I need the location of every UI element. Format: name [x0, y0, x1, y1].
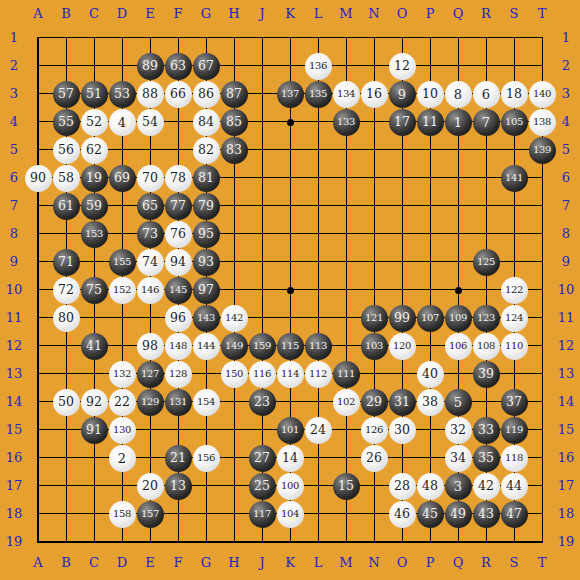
move-number: 119	[505, 425, 523, 435]
stone-G16: 156	[193, 445, 220, 472]
move-number: 89	[142, 60, 158, 73]
move-number: 59	[86, 200, 102, 213]
move-number: 81	[198, 172, 214, 185]
coord-label-top-H: H	[220, 7, 248, 21]
stone-F8: 76	[165, 221, 192, 248]
move-number: 94	[170, 256, 186, 269]
move-number: 106	[449, 341, 467, 351]
coord-label-top-S: S	[500, 7, 528, 21]
move-number: 7	[482, 116, 490, 129]
move-number: 85	[226, 116, 242, 129]
stone-N3: 16	[361, 81, 388, 108]
coord-label-right-16: 16	[552, 451, 580, 465]
coord-label-right-18: 18	[552, 507, 580, 521]
move-number: 49	[450, 508, 466, 521]
move-number: 69	[114, 172, 130, 185]
coord-label-bottom-G: G	[192, 556, 220, 570]
stone-R15: 33	[473, 417, 500, 444]
coord-label-top-B: B	[52, 7, 80, 21]
coord-label-top-C: C	[80, 7, 108, 21]
move-number: 156	[197, 453, 215, 463]
coord-label-right-15: 15	[552, 423, 580, 437]
move-number: 140	[533, 89, 551, 99]
move-number: 70	[142, 172, 158, 185]
stone-D14: 22	[109, 389, 136, 416]
stone-F17: 13	[165, 473, 192, 500]
stone-R12: 108	[473, 333, 500, 360]
stone-G7: 79	[193, 193, 220, 220]
stone-G9: 93	[193, 249, 220, 276]
move-number: 93	[198, 256, 214, 269]
move-number: 137	[281, 89, 299, 99]
stone-D9: 155	[109, 249, 136, 276]
move-number: 122	[505, 285, 523, 295]
stone-M3: 134	[333, 81, 360, 108]
move-number: 91	[86, 424, 102, 437]
move-number: 28	[394, 480, 410, 493]
stone-P11: 107	[417, 305, 444, 332]
move-number: 47	[506, 508, 522, 521]
coord-label-bottom-T: T	[528, 556, 556, 570]
move-number: 33	[478, 424, 494, 437]
stone-Q3: 8	[445, 81, 472, 108]
stone-G3: 86	[193, 81, 220, 108]
move-number: 50	[58, 396, 74, 409]
stone-B6: 58	[53, 165, 80, 192]
move-number: 66	[170, 88, 186, 101]
move-number: 136	[309, 61, 327, 71]
stone-R13: 39	[473, 361, 500, 388]
move-number: 107	[421, 313, 439, 323]
stone-R18: 43	[473, 501, 500, 528]
coord-label-bottom-E: E	[136, 556, 164, 570]
stone-P17: 48	[417, 473, 444, 500]
stone-P18: 45	[417, 501, 444, 528]
go-game-viewer: AABBCCDDEEFFGGHHJJKKLLMMNNOOPPQQRRSSTT11…	[0, 0, 580, 580]
move-number: 58	[58, 172, 74, 185]
coord-label-bottom-P: P	[416, 556, 444, 570]
move-number: 109	[449, 313, 467, 323]
stone-E4: 54	[137, 109, 164, 136]
move-number: 150	[225, 369, 243, 379]
move-number: 90	[30, 172, 46, 185]
stone-C15: 91	[81, 417, 108, 444]
stone-O2: 12	[389, 53, 416, 80]
stone-F14: 131	[165, 389, 192, 416]
move-number: 113	[309, 341, 327, 351]
move-number: 73	[142, 228, 158, 241]
stone-J13: 116	[249, 361, 276, 388]
move-number: 46	[394, 508, 410, 521]
stone-L3: 135	[305, 81, 332, 108]
move-number: 135	[309, 89, 327, 99]
stone-F6: 78	[165, 165, 192, 192]
stone-G8: 95	[193, 221, 220, 248]
stone-Q18: 49	[445, 501, 472, 528]
move-number: 2	[118, 452, 126, 465]
move-number: 29	[366, 396, 382, 409]
stone-S18: 47	[501, 501, 528, 528]
coord-label-bottom-F: F	[164, 556, 192, 570]
move-number: 98	[142, 340, 158, 353]
stone-T4: 138	[529, 109, 556, 136]
move-number: 18	[506, 88, 522, 101]
stone-H3: 87	[221, 81, 248, 108]
stone-Q15: 32	[445, 417, 472, 444]
move-number: 80	[58, 312, 74, 325]
stone-E2: 89	[137, 53, 164, 80]
move-number: 154	[197, 397, 215, 407]
stone-M17: 15	[333, 473, 360, 500]
stone-C12: 41	[81, 333, 108, 360]
stone-H4: 85	[221, 109, 248, 136]
move-number: 144	[197, 341, 215, 351]
move-number: 145	[169, 285, 187, 295]
stone-B9: 71	[53, 249, 80, 276]
move-number: 62	[86, 144, 102, 157]
stone-E14: 129	[137, 389, 164, 416]
stone-Q11: 109	[445, 305, 472, 332]
stone-C4: 52	[81, 109, 108, 136]
stone-C8: 153	[81, 221, 108, 248]
stone-O12: 120	[389, 333, 416, 360]
coord-label-bottom-L: L	[304, 556, 332, 570]
move-number: 35	[478, 452, 494, 465]
stone-R17: 42	[473, 473, 500, 500]
move-number: 22	[114, 396, 130, 409]
stone-E8: 73	[137, 221, 164, 248]
move-number: 102	[337, 397, 355, 407]
move-number: 25	[254, 480, 270, 493]
coord-label-bottom-R: R	[472, 556, 500, 570]
stone-F16: 21	[165, 445, 192, 472]
move-number: 17	[394, 116, 410, 129]
move-number: 26	[366, 452, 382, 465]
stone-S15: 119	[501, 417, 528, 444]
stone-O17: 28	[389, 473, 416, 500]
move-number: 96	[170, 312, 186, 325]
move-number: 82	[198, 144, 214, 157]
move-number: 130	[113, 425, 131, 435]
stone-Q4: 1	[445, 109, 472, 136]
stone-S10: 122	[501, 277, 528, 304]
move-number: 157	[141, 509, 159, 519]
stone-F7: 77	[165, 193, 192, 220]
stone-S12: 110	[501, 333, 528, 360]
stone-C6: 19	[81, 165, 108, 192]
coord-label-bottom-M: M	[332, 556, 360, 570]
move-number: 139	[533, 145, 551, 155]
stone-E12: 98	[137, 333, 164, 360]
stone-Q12: 106	[445, 333, 472, 360]
stone-R16: 35	[473, 445, 500, 472]
move-number: 71	[58, 256, 74, 269]
move-number: 153	[85, 229, 103, 239]
move-number: 11	[422, 116, 438, 129]
stone-G4: 84	[193, 109, 220, 136]
coord-label-top-J: J	[248, 7, 276, 21]
move-number: 103	[365, 341, 383, 351]
move-number: 155	[113, 257, 131, 267]
move-number: 158	[113, 509, 131, 519]
stone-T5: 139	[529, 137, 556, 164]
move-number: 138	[533, 117, 551, 127]
move-number: 121	[365, 313, 383, 323]
coord-label-right-19: 19	[552, 535, 580, 549]
stone-G6: 81	[193, 165, 220, 192]
coord-label-right-14: 14	[552, 395, 580, 409]
stone-M13: 111	[333, 361, 360, 388]
stone-F13: 128	[165, 361, 192, 388]
stone-B7: 61	[53, 193, 80, 220]
stone-H5: 83	[221, 137, 248, 164]
stone-D18: 158	[109, 501, 136, 528]
move-number: 149	[225, 341, 243, 351]
stone-L2: 136	[305, 53, 332, 80]
move-number: 27	[254, 452, 270, 465]
move-number: 45	[422, 508, 438, 521]
move-number: 127	[141, 369, 159, 379]
coord-label-bottom-K: K	[276, 556, 304, 570]
move-number: 131	[169, 397, 187, 407]
move-number: 118	[505, 453, 523, 463]
move-number: 51	[86, 88, 102, 101]
stone-N12: 103	[361, 333, 388, 360]
coord-label-top-F: F	[164, 7, 192, 21]
move-number: 4	[118, 116, 126, 129]
coord-label-right-6: 6	[552, 171, 580, 185]
coord-label-bottom-Q: Q	[444, 556, 472, 570]
move-number: 8	[454, 88, 462, 101]
stone-C10: 75	[81, 277, 108, 304]
move-number: 134	[337, 89, 355, 99]
stone-S17: 44	[501, 473, 528, 500]
stone-R9: 125	[473, 249, 500, 276]
move-number: 128	[169, 369, 187, 379]
move-number: 57	[58, 88, 74, 101]
move-number: 76	[170, 228, 186, 241]
move-number: 77	[170, 200, 186, 213]
move-number: 15	[338, 480, 354, 493]
stone-O18: 46	[389, 501, 416, 528]
stone-O15: 30	[389, 417, 416, 444]
move-number: 86	[198, 88, 214, 101]
stone-M4: 133	[333, 109, 360, 136]
move-number: 67	[198, 60, 214, 73]
stone-Q14: 5	[445, 389, 472, 416]
stone-E18: 157	[137, 501, 164, 528]
stone-S11: 124	[501, 305, 528, 332]
coord-label-top-P: P	[416, 7, 444, 21]
move-number: 41	[86, 340, 102, 353]
move-number: 53	[114, 88, 130, 101]
stone-E7: 65	[137, 193, 164, 220]
move-number: 95	[198, 228, 214, 241]
coord-label-right-7: 7	[552, 199, 580, 213]
move-number: 99	[394, 312, 410, 325]
stone-C3: 51	[81, 81, 108, 108]
stone-J14: 23	[249, 389, 276, 416]
move-number: 129	[141, 397, 159, 407]
stone-S3: 18	[501, 81, 528, 108]
stone-N15: 126	[361, 417, 388, 444]
stone-E13: 127	[137, 361, 164, 388]
move-number: 14	[282, 452, 298, 465]
stone-F12: 148	[165, 333, 192, 360]
stone-F9: 94	[165, 249, 192, 276]
coord-label-top-O: O	[388, 7, 416, 21]
stone-C7: 59	[81, 193, 108, 220]
stone-D15: 130	[109, 417, 136, 444]
coord-label-top-L: L	[304, 7, 332, 21]
stone-K17: 100	[277, 473, 304, 500]
stone-K18: 104	[277, 501, 304, 528]
stone-E10: 146	[137, 277, 164, 304]
stone-D10: 152	[109, 277, 136, 304]
move-number: 97	[198, 284, 214, 297]
move-number: 143	[197, 313, 215, 323]
stone-B5: 56	[53, 137, 80, 164]
stone-R3: 6	[473, 81, 500, 108]
stone-L13: 112	[305, 361, 332, 388]
stone-O3: 9	[389, 81, 416, 108]
move-number: 65	[142, 200, 158, 213]
stone-K13: 114	[277, 361, 304, 388]
stone-F2: 63	[165, 53, 192, 80]
coord-label-right-3: 3	[552, 87, 580, 101]
coord-label-top-K: K	[276, 7, 304, 21]
move-number: 16	[366, 88, 382, 101]
move-number: 146	[141, 285, 159, 295]
move-number: 13	[170, 480, 186, 493]
move-number: 88	[142, 88, 158, 101]
coord-label-right-8: 8	[552, 227, 580, 241]
move-number: 141	[505, 173, 523, 183]
coord-label-bottom-A: A	[24, 556, 52, 570]
move-number: 87	[226, 88, 242, 101]
move-number: 75	[86, 284, 102, 297]
coord-label-bottom-J: J	[248, 556, 276, 570]
stone-R4: 7	[473, 109, 500, 136]
stone-G14: 154	[193, 389, 220, 416]
stone-G12: 144	[193, 333, 220, 360]
move-number: 110	[505, 341, 523, 351]
move-number: 117	[253, 509, 271, 519]
move-number: 52	[86, 116, 102, 129]
move-number: 39	[478, 368, 494, 381]
coord-label-bottom-B: B	[52, 556, 80, 570]
move-number: 101	[281, 425, 299, 435]
move-number: 1	[454, 116, 462, 129]
move-number: 43	[478, 508, 494, 521]
move-number: 54	[142, 116, 158, 129]
stone-O11: 99	[389, 305, 416, 332]
stone-G5: 82	[193, 137, 220, 164]
stone-J18: 117	[249, 501, 276, 528]
stone-N14: 29	[361, 389, 388, 416]
stone-K15: 101	[277, 417, 304, 444]
stone-C5: 62	[81, 137, 108, 164]
move-number: 123	[477, 313, 495, 323]
coord-label-right-17: 17	[552, 479, 580, 493]
move-number: 126	[365, 425, 383, 435]
stone-O14: 31	[389, 389, 416, 416]
coord-label-right-13: 13	[552, 367, 580, 381]
move-number: 115	[281, 341, 299, 351]
move-number: 159	[253, 341, 271, 351]
coord-label-right-10: 10	[552, 283, 580, 297]
stone-N16: 26	[361, 445, 388, 472]
move-number: 79	[198, 200, 214, 213]
stone-G2: 67	[193, 53, 220, 80]
move-number: 31	[394, 396, 410, 409]
coord-label-top-D: D	[108, 7, 136, 21]
coord-label-right-9: 9	[552, 255, 580, 269]
move-number: 152	[113, 285, 131, 295]
coord-label-top-N: N	[360, 7, 388, 21]
move-number: 78	[170, 172, 186, 185]
stone-K12: 115	[277, 333, 304, 360]
stone-N11: 121	[361, 305, 388, 332]
stone-E6: 70	[137, 165, 164, 192]
move-number: 105	[505, 117, 523, 127]
stone-J17: 25	[249, 473, 276, 500]
move-number: 6	[482, 88, 490, 101]
move-number: 124	[505, 313, 523, 323]
stone-B3: 57	[53, 81, 80, 108]
stone-K16: 14	[277, 445, 304, 472]
coord-label-top-E: E	[136, 7, 164, 21]
stone-A6: 90	[25, 165, 52, 192]
move-number: 116	[253, 369, 271, 379]
move-number: 23	[254, 396, 270, 409]
stone-E3: 88	[137, 81, 164, 108]
move-number: 61	[58, 200, 74, 213]
coord-label-bottom-H: H	[220, 556, 248, 570]
coord-label-bottom-S: S	[500, 556, 528, 570]
move-number: 20	[142, 480, 158, 493]
coord-label-bottom-C: C	[80, 556, 108, 570]
move-number: 37	[506, 396, 522, 409]
move-number: 40	[422, 368, 438, 381]
move-number: 55	[58, 116, 74, 129]
stone-K3: 137	[277, 81, 304, 108]
move-number: 3	[454, 480, 462, 493]
stone-H13: 150	[221, 361, 248, 388]
stone-S16: 118	[501, 445, 528, 472]
move-number: 84	[198, 116, 214, 129]
go-board[interactable]: 1234567891011121314151617181920212223242…	[24, 24, 556, 556]
move-number: 132	[113, 369, 131, 379]
move-number: 133	[337, 117, 355, 127]
move-number: 72	[58, 284, 74, 297]
coord-label-top-T: T	[528, 7, 556, 21]
stone-D13: 132	[109, 361, 136, 388]
coord-label-top-M: M	[332, 7, 360, 21]
stone-C14: 92	[81, 389, 108, 416]
move-number: 92	[86, 396, 102, 409]
stone-D16: 2	[109, 445, 136, 472]
move-number: 30	[394, 424, 410, 437]
move-number: 9	[398, 88, 406, 101]
move-number: 10	[422, 88, 438, 101]
move-number: 112	[309, 369, 327, 379]
move-number: 63	[170, 60, 186, 73]
coord-label-right-4: 4	[552, 115, 580, 129]
coord-label-right-5: 5	[552, 143, 580, 157]
stone-S4: 105	[501, 109, 528, 136]
stone-M14: 102	[333, 389, 360, 416]
